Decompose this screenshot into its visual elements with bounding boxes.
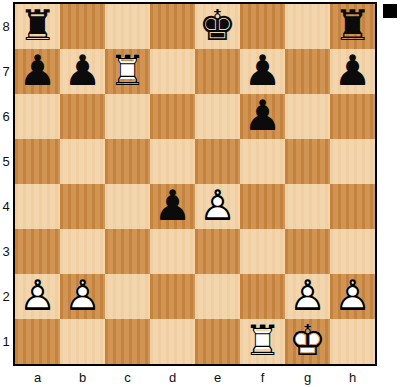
square-a6[interactable] xyxy=(15,94,60,139)
piece-white-rook[interactable]: ♖ xyxy=(105,49,150,94)
piece-black-pawn[interactable]: ♟ xyxy=(240,49,285,94)
square-a1[interactable] xyxy=(15,319,60,364)
square-b3[interactable] xyxy=(60,229,105,274)
square-f6[interactable]: ♟ xyxy=(240,94,285,139)
square-c1[interactable] xyxy=(105,319,150,364)
rank-label-7: 7 xyxy=(0,49,12,94)
square-e1[interactable] xyxy=(195,319,240,364)
piece-white-pawn[interactable]: ♙ xyxy=(285,274,330,319)
piece-black-rook[interactable]: ♜ xyxy=(15,4,60,49)
rank-label-1: 1 xyxy=(0,319,12,364)
square-e8[interactable]: ♚ xyxy=(195,4,240,49)
square-h3[interactable] xyxy=(330,229,375,274)
square-g8[interactable] xyxy=(285,4,330,49)
rank-label-4: 4 xyxy=(0,184,12,229)
square-a7[interactable]: ♟ xyxy=(15,49,60,94)
square-g1[interactable]: ♚♔ xyxy=(285,319,330,364)
piece-white-pawn[interactable]: ♙ xyxy=(15,274,60,319)
square-g3[interactable] xyxy=(285,229,330,274)
rank-label-3: 3 xyxy=(0,229,12,274)
square-f3[interactable] xyxy=(240,229,285,274)
square-e4[interactable]: ♟♙ xyxy=(195,184,240,229)
square-d8[interactable] xyxy=(150,4,195,49)
square-e6[interactable] xyxy=(195,94,240,139)
black-to-move-indicator xyxy=(383,4,397,18)
square-e3[interactable] xyxy=(195,229,240,274)
square-e2[interactable] xyxy=(195,274,240,319)
piece-white-pawn[interactable]: ♙ xyxy=(195,184,240,229)
square-h1[interactable] xyxy=(330,319,375,364)
square-b5[interactable] xyxy=(60,139,105,184)
square-a4[interactable] xyxy=(15,184,60,229)
square-h7[interactable]: ♟ xyxy=(330,49,375,94)
file-label-c: c xyxy=(105,368,150,386)
square-f2[interactable] xyxy=(240,274,285,319)
rank-label-5: 5 xyxy=(0,139,12,184)
square-c2[interactable] xyxy=(105,274,150,319)
square-a8[interactable]: ♜ xyxy=(15,4,60,49)
file-label-h: h xyxy=(330,368,375,386)
square-g4[interactable] xyxy=(285,184,330,229)
square-d1[interactable] xyxy=(150,319,195,364)
square-f5[interactable] xyxy=(240,139,285,184)
rank-label-2: 2 xyxy=(0,274,12,319)
square-b2[interactable]: ♟♙ xyxy=(60,274,105,319)
square-g2[interactable]: ♟♙ xyxy=(285,274,330,319)
square-d6[interactable] xyxy=(150,94,195,139)
piece-white-pawn[interactable]: ♙ xyxy=(60,274,105,319)
square-f8[interactable] xyxy=(240,4,285,49)
piece-black-rook[interactable]: ♜ xyxy=(330,4,375,49)
file-label-e: e xyxy=(195,368,240,386)
rank-label-6: 6 xyxy=(0,94,12,139)
piece-black-pawn[interactable]: ♟ xyxy=(240,94,285,139)
square-d2[interactable] xyxy=(150,274,195,319)
square-d3[interactable] xyxy=(150,229,195,274)
square-b6[interactable] xyxy=(60,94,105,139)
rank-label-8: 8 xyxy=(0,4,12,49)
piece-white-pawn[interactable]: ♙ xyxy=(330,274,375,319)
square-c6[interactable] xyxy=(105,94,150,139)
chess-board: ♜♚♜♟♟♜♖♟♟♟♟♟♙♟♙♟♙♟♙♟♙♜♖♚♔ xyxy=(13,2,377,366)
square-e5[interactable] xyxy=(195,139,240,184)
square-d5[interactable] xyxy=(150,139,195,184)
square-g5[interactable] xyxy=(285,139,330,184)
square-b1[interactable] xyxy=(60,319,105,364)
square-h2[interactable]: ♟♙ xyxy=(330,274,375,319)
square-a5[interactable] xyxy=(15,139,60,184)
piece-black-pawn[interactable]: ♟ xyxy=(330,49,375,94)
file-label-a: a xyxy=(15,368,60,386)
square-h5[interactable] xyxy=(330,139,375,184)
square-d7[interactable] xyxy=(150,49,195,94)
piece-white-king[interactable]: ♔ xyxy=(285,319,330,364)
chess-diagram: ♜♚♜♟♟♜♖♟♟♟♟♟♙♟♙♟♙♟♙♟♙♜♖♚♔ 87654321 abcde… xyxy=(0,0,400,387)
file-label-d: d xyxy=(150,368,195,386)
square-c4[interactable] xyxy=(105,184,150,229)
piece-black-king[interactable]: ♚ xyxy=(195,4,240,49)
square-a3[interactable] xyxy=(15,229,60,274)
square-c3[interactable] xyxy=(105,229,150,274)
file-label-b: b xyxy=(60,368,105,386)
piece-black-pawn[interactable]: ♟ xyxy=(15,49,60,94)
square-f1[interactable]: ♜♖ xyxy=(240,319,285,364)
square-e7[interactable] xyxy=(195,49,240,94)
file-label-f: f xyxy=(240,368,285,386)
square-a2[interactable]: ♟♙ xyxy=(15,274,60,319)
square-g6[interactable] xyxy=(285,94,330,139)
square-c7[interactable]: ♜♖ xyxy=(105,49,150,94)
square-d4[interactable]: ♟ xyxy=(150,184,195,229)
square-b7[interactable]: ♟ xyxy=(60,49,105,94)
square-b8[interactable] xyxy=(60,4,105,49)
piece-white-rook[interactable]: ♖ xyxy=(240,319,285,364)
square-h4[interactable] xyxy=(330,184,375,229)
square-f7[interactable]: ♟ xyxy=(240,49,285,94)
file-label-g: g xyxy=(285,368,330,386)
square-h6[interactable] xyxy=(330,94,375,139)
square-c8[interactable] xyxy=(105,4,150,49)
square-h8[interactable]: ♜ xyxy=(330,4,375,49)
piece-black-pawn[interactable]: ♟ xyxy=(60,49,105,94)
square-c5[interactable] xyxy=(105,139,150,184)
square-b4[interactable] xyxy=(60,184,105,229)
piece-black-pawn[interactable]: ♟ xyxy=(150,184,195,229)
square-f4[interactable] xyxy=(240,184,285,229)
square-g7[interactable] xyxy=(285,49,330,94)
